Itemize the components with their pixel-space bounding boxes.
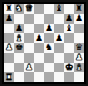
square-a2[interactable] bbox=[4, 63, 14, 73]
square-f7[interactable] bbox=[54, 14, 64, 24]
square-e2[interactable] bbox=[44, 63, 54, 73]
square-d6[interactable] bbox=[34, 24, 44, 34]
square-d7[interactable] bbox=[34, 14, 44, 24]
square-b8[interactable]: ♞ bbox=[14, 4, 24, 14]
square-c7[interactable] bbox=[24, 14, 34, 24]
square-h7[interactable]: ♟ bbox=[74, 14, 84, 24]
white-queen-c8: ♛ bbox=[25, 4, 33, 13]
square-f2[interactable] bbox=[54, 63, 64, 73]
square-b5[interactable]: ♝ bbox=[14, 33, 24, 43]
white-pawn-a4: ♟ bbox=[5, 43, 13, 52]
square-e5[interactable] bbox=[44, 33, 54, 43]
square-e3[interactable] bbox=[44, 53, 54, 63]
black-rook-a8: ♜ bbox=[5, 4, 13, 13]
square-c2[interactable]: ♟ bbox=[24, 63, 34, 73]
square-g5[interactable] bbox=[64, 33, 74, 43]
square-c5[interactable] bbox=[24, 33, 34, 43]
black-bishop-g6: ♝ bbox=[65, 24, 73, 33]
chess-board: ♜♞♛♝♜♟♟♟♟♟♝♝♟♟♟♚♞♛♟♟♚♝♜ bbox=[2, 2, 86, 84]
black-rook-h8: ♜ bbox=[75, 4, 83, 13]
black-pawn-d5: ♟ bbox=[35, 33, 43, 42]
black-pawn-a7: ♟ bbox=[5, 14, 13, 23]
square-g7[interactable]: ♟ bbox=[64, 14, 74, 24]
square-e1[interactable] bbox=[44, 72, 54, 82]
square-b4[interactable]: ♚ bbox=[14, 43, 24, 53]
black-pawn-b6: ♟ bbox=[15, 24, 23, 33]
white-knight-b8: ♞ bbox=[15, 4, 23, 13]
square-f5[interactable]: ♟ bbox=[54, 33, 64, 43]
square-c8[interactable]: ♛ bbox=[24, 4, 34, 14]
square-a8[interactable]: ♜ bbox=[4, 4, 14, 14]
square-e4[interactable]: ♞ bbox=[44, 43, 54, 53]
white-pawn-c2: ♟ bbox=[25, 63, 33, 72]
square-h5[interactable] bbox=[74, 33, 84, 43]
square-e8[interactable] bbox=[44, 4, 54, 14]
white-bishop-h2: ♝ bbox=[75, 63, 83, 72]
square-b1[interactable] bbox=[14, 72, 24, 82]
square-d4[interactable] bbox=[34, 43, 44, 53]
black-pawn-g7: ♟ bbox=[65, 14, 73, 23]
square-d2[interactable] bbox=[34, 63, 44, 73]
black-queen-h4: ♛ bbox=[75, 43, 83, 52]
square-g3[interactable] bbox=[64, 53, 74, 63]
square-g8[interactable] bbox=[64, 4, 74, 14]
square-h8[interactable]: ♜ bbox=[74, 4, 84, 14]
black-pawn-h7: ♟ bbox=[75, 14, 83, 23]
black-pawn-f5: ♟ bbox=[55, 33, 63, 42]
square-f4[interactable] bbox=[54, 43, 64, 53]
black-king-b4: ♚ bbox=[15, 43, 23, 52]
square-d1[interactable] bbox=[34, 72, 44, 82]
square-a3[interactable] bbox=[4, 53, 14, 63]
white-bishop-b5: ♝ bbox=[15, 33, 23, 42]
square-a1[interactable]: ♜ bbox=[4, 72, 14, 82]
square-h2[interactable]: ♝ bbox=[74, 63, 84, 73]
black-pawn-e6: ♟ bbox=[45, 24, 53, 33]
square-a6[interactable] bbox=[4, 24, 14, 34]
square-h1[interactable] bbox=[74, 72, 84, 82]
square-d3[interactable] bbox=[34, 53, 44, 63]
square-c6[interactable] bbox=[24, 24, 34, 34]
black-knight-e4: ♞ bbox=[45, 43, 53, 52]
square-e7[interactable] bbox=[44, 14, 54, 24]
square-c1[interactable] bbox=[24, 72, 34, 82]
square-c4[interactable] bbox=[24, 43, 34, 53]
chess-diagram: ♜♞♛♝♜♟♟♟♟♟♝♝♟♟♟♚♞♛♟♟♚♝♜ bbox=[0, 0, 88, 86]
black-bishop-f8: ♝ bbox=[55, 4, 63, 13]
square-b7[interactable] bbox=[14, 14, 24, 24]
square-a5[interactable] bbox=[4, 33, 14, 43]
square-d8[interactable] bbox=[34, 4, 44, 14]
square-f3[interactable] bbox=[54, 53, 64, 63]
square-h3[interactable]: ♟ bbox=[74, 53, 84, 63]
square-g2[interactable]: ♚ bbox=[64, 63, 74, 73]
square-f6[interactable] bbox=[54, 24, 64, 34]
square-a4[interactable]: ♟ bbox=[4, 43, 14, 53]
square-b3[interactable] bbox=[14, 53, 24, 63]
white-pawn-h3: ♟ bbox=[75, 53, 83, 62]
square-f1[interactable] bbox=[54, 72, 64, 82]
square-a7[interactable]: ♟ bbox=[4, 14, 14, 24]
white-king-g2: ♚ bbox=[65, 63, 73, 72]
square-b2[interactable] bbox=[14, 63, 24, 73]
square-g1[interactable] bbox=[64, 72, 74, 82]
square-h4[interactable]: ♛ bbox=[74, 43, 84, 53]
square-e6[interactable]: ♟ bbox=[44, 24, 54, 34]
square-g6[interactable]: ♝ bbox=[64, 24, 74, 34]
square-g4[interactable] bbox=[64, 43, 74, 53]
square-b6[interactable]: ♟ bbox=[14, 24, 24, 34]
square-d5[interactable]: ♟ bbox=[34, 33, 44, 43]
square-f8[interactable]: ♝ bbox=[54, 4, 64, 14]
square-c3[interactable] bbox=[24, 53, 34, 63]
white-rook-a1: ♜ bbox=[5, 72, 13, 81]
square-h6[interactable] bbox=[74, 24, 84, 34]
